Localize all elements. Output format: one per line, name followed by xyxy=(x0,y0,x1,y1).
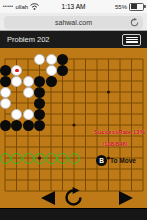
black-stone xyxy=(46,76,57,87)
black-stone xyxy=(34,120,45,131)
browser-url-bar: sahwal.com xyxy=(0,13,147,31)
hint-ring-marker[interactable] xyxy=(69,153,80,164)
iphone-screen: ••••• ollah 1:13 AM 55% sahwal.com Probl… xyxy=(0,0,147,220)
white-stone xyxy=(0,98,11,109)
black-stone xyxy=(34,87,45,98)
black-stone xyxy=(34,76,45,87)
white-stone xyxy=(23,109,34,120)
go-board[interactable]: SuccessRate 13% (108/846) B To Move xyxy=(0,48,147,208)
black-stone xyxy=(11,120,22,131)
status-bar: ••••• ollah 1:13 AM 55% xyxy=(0,0,147,13)
white-stone xyxy=(11,65,22,76)
hint-ring-marker[interactable] xyxy=(57,153,68,164)
black-stone xyxy=(0,120,11,131)
status-right: 55% xyxy=(115,0,144,13)
hint-ring-marker[interactable] xyxy=(46,153,57,164)
to-move-indicator: B To Move xyxy=(96,154,136,166)
black-stone-icon: B xyxy=(96,155,107,166)
white-stone xyxy=(0,87,11,98)
battery-icon xyxy=(129,3,144,11)
browser-bottom-bar xyxy=(0,208,147,220)
white-stone xyxy=(46,65,57,76)
white-stone xyxy=(23,87,34,98)
white-stone xyxy=(34,54,45,65)
hint-ring-marker[interactable] xyxy=(34,153,45,164)
page-title: Problem 202 xyxy=(7,31,50,48)
black-stone xyxy=(34,98,45,109)
next-problem-button[interactable] xyxy=(119,191,133,205)
white-stone xyxy=(11,109,22,120)
white-stone xyxy=(46,54,57,65)
white-stone xyxy=(11,76,22,87)
battery-percent-label: 55% xyxy=(115,4,127,10)
menu-button[interactable] xyxy=(122,34,141,46)
black-stone xyxy=(57,54,68,65)
restart-icon[interactable] xyxy=(63,187,84,208)
black-stone xyxy=(0,76,11,87)
url-text[interactable]: sahwal.com xyxy=(4,16,143,29)
white-stone xyxy=(23,76,34,87)
previous-problem-button[interactable] xyxy=(41,191,55,205)
last-move-marker xyxy=(15,69,19,73)
page-header: Problem 202 xyxy=(0,31,147,48)
hint-ring-marker[interactable] xyxy=(23,153,34,164)
success-rate-label: SuccessRate 13% xyxy=(94,129,145,135)
black-stone xyxy=(57,65,68,76)
hint-ring-marker[interactable] xyxy=(11,153,22,164)
success-ratio-label: (108/846) xyxy=(87,141,143,147)
black-stone xyxy=(34,109,45,120)
hint-ring-marker[interactable] xyxy=(0,153,11,164)
to-move-label: To Move xyxy=(110,157,136,164)
address-field[interactable]: sahwal.com xyxy=(4,16,143,29)
reload-icon[interactable] xyxy=(130,18,139,27)
black-stone xyxy=(0,65,11,76)
black-stone xyxy=(23,120,34,131)
